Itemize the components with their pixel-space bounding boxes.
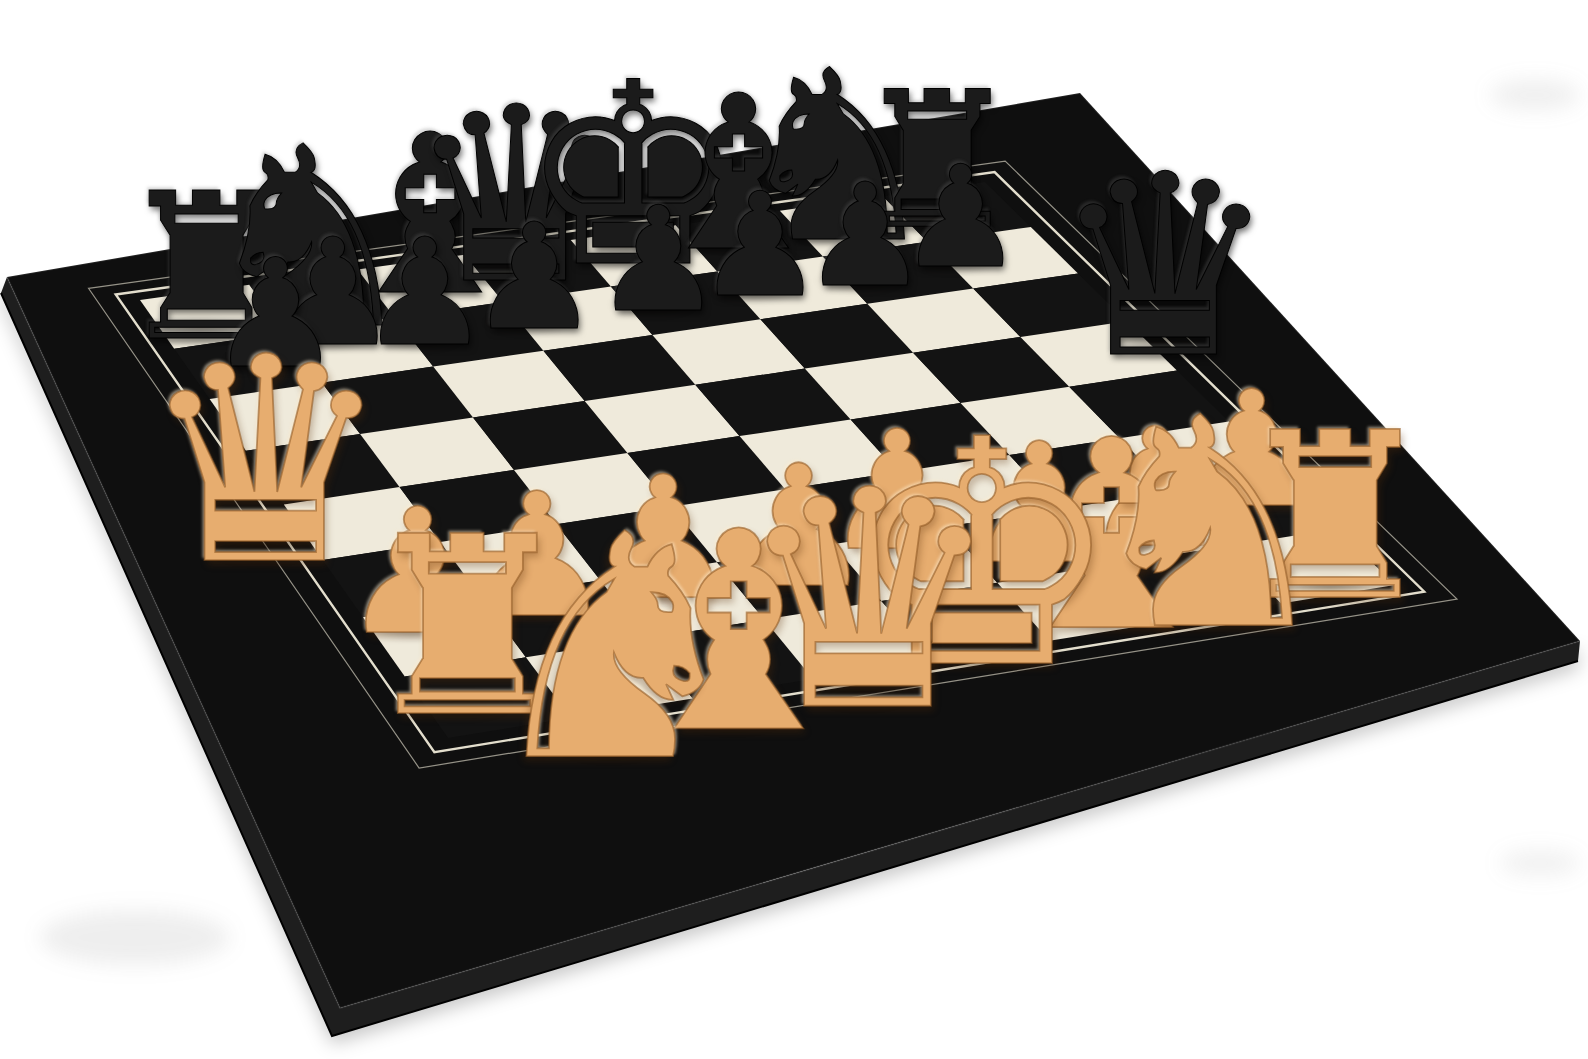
piece-white-knight-b1[interactable]: ♞ (476, 496, 754, 806)
piece-extra-black-queen[interactable]: ♛ (1052, 140, 1278, 392)
piece-black-pawn-d7[interactable]: ♟ (468, 204, 599, 351)
piece-black-pawn-g7[interactable]: ♟ (801, 166, 929, 309)
piece-white-knight-g1[interactable]: ♞ (1079, 381, 1339, 671)
chess-set-product-photo: { "game": "chess", "scene": { "descripti… (0, 0, 1588, 1059)
